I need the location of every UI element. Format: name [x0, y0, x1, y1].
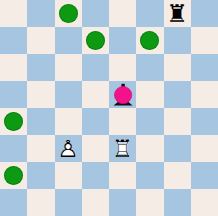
square-h3[interactable]	[191, 135, 218, 162]
square-h8[interactable]	[191, 0, 218, 27]
square-h4[interactable]	[191, 108, 218, 135]
square-e2[interactable]	[109, 162, 136, 189]
square-e1[interactable]	[109, 189, 136, 216]
square-d5[interactable]	[82, 81, 109, 108]
square-g7[interactable]	[164, 27, 191, 54]
square-c5[interactable]	[55, 81, 82, 108]
square-g3[interactable]	[164, 135, 191, 162]
square-d4[interactable]	[82, 108, 109, 135]
square-g6[interactable]	[164, 54, 191, 81]
square-h7[interactable]	[191, 27, 218, 54]
piece-pink-pawn-shaped-piece-e5[interactable]	[109, 81, 136, 108]
square-d1[interactable]	[82, 189, 109, 216]
square-f8[interactable]	[136, 0, 163, 27]
square-g4[interactable]	[164, 108, 191, 135]
square-a5[interactable]	[0, 81, 27, 108]
rook-outline-glyph: ♖	[109, 135, 136, 162]
green-target-dot-f7[interactable]	[140, 31, 159, 50]
square-a6[interactable]	[0, 54, 27, 81]
square-a3[interactable]	[0, 135, 27, 162]
square-b7[interactable]	[27, 27, 54, 54]
green-target-dot-d7[interactable]	[86, 31, 105, 50]
square-g1[interactable]	[164, 189, 191, 216]
square-e8[interactable]	[109, 0, 136, 27]
square-e6[interactable]	[109, 54, 136, 81]
square-f5[interactable]	[136, 81, 163, 108]
square-h1[interactable]	[191, 189, 218, 216]
piece-white-pawn-c3[interactable]: ♟♙	[55, 135, 82, 162]
square-c4[interactable]	[55, 108, 82, 135]
piece-black-rook-g8[interactable]: ♜	[164, 0, 191, 27]
square-e7[interactable]	[109, 27, 136, 54]
square-d2[interactable]	[82, 162, 109, 189]
square-c8[interactable]	[55, 0, 82, 27]
square-b1[interactable]	[27, 189, 54, 216]
square-f1[interactable]	[136, 189, 163, 216]
square-b3[interactable]	[27, 135, 54, 162]
square-c2[interactable]	[55, 162, 82, 189]
square-f6[interactable]	[136, 54, 163, 81]
square-a4[interactable]	[0, 108, 27, 135]
square-f3[interactable]	[136, 135, 163, 162]
square-b6[interactable]	[27, 54, 54, 81]
square-b4[interactable]	[27, 108, 54, 135]
square-a2[interactable]	[0, 162, 27, 189]
square-g2[interactable]	[164, 162, 191, 189]
green-target-dot-a2[interactable]	[4, 166, 23, 185]
square-g5[interactable]	[164, 81, 191, 108]
pawn-outline-glyph: ♙	[55, 135, 82, 162]
square-c7[interactable]	[55, 27, 82, 54]
square-d3[interactable]	[82, 135, 109, 162]
square-h2[interactable]	[191, 162, 218, 189]
square-c6[interactable]	[55, 54, 82, 81]
square-h5[interactable]	[191, 81, 218, 108]
rook-glyph: ♜	[164, 0, 191, 27]
square-b2[interactable]	[27, 162, 54, 189]
square-e5[interactable]	[109, 81, 136, 108]
square-f4[interactable]	[136, 108, 163, 135]
chess-board: ♜♟♙♜♖	[0, 0, 218, 216]
square-c1[interactable]	[55, 189, 82, 216]
square-a8[interactable]	[0, 0, 27, 27]
square-e4[interactable]	[109, 108, 136, 135]
square-a7[interactable]	[0, 27, 27, 54]
piece-white-rook-e3[interactable]: ♜♖	[109, 135, 136, 162]
square-a1[interactable]	[0, 189, 27, 216]
square-h6[interactable]	[191, 54, 218, 81]
green-target-dot-c8[interactable]	[59, 4, 78, 23]
square-d6[interactable]	[82, 54, 109, 81]
green-target-dot-a4[interactable]	[4, 112, 23, 131]
square-b8[interactable]	[27, 0, 54, 27]
square-f2[interactable]	[136, 162, 163, 189]
square-d7[interactable]	[82, 27, 109, 54]
square-f7[interactable]	[136, 27, 163, 54]
square-b5[interactable]	[27, 81, 54, 108]
square-c3[interactable]: ♟♙	[55, 135, 82, 162]
square-g8[interactable]: ♜	[164, 0, 191, 27]
square-e3[interactable]: ♜♖	[109, 135, 136, 162]
square-d8[interactable]	[82, 0, 109, 27]
